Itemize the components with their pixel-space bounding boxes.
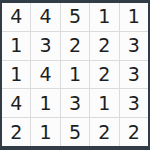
cell-r3c3[interactable]: 1 [90, 89, 118, 117]
cell-r2c0[interactable]: 1 [2, 61, 30, 89]
cell-r1c2[interactable]: 2 [61, 32, 89, 60]
cell-r4c4[interactable]: 2 [120, 118, 148, 146]
cell-r0c4[interactable]: 1 [120, 3, 148, 31]
cell-r3c4[interactable]: 3 [120, 89, 148, 117]
cell-r2c3[interactable]: 2 [90, 61, 118, 89]
cell-r3c1[interactable]: 1 [31, 89, 59, 117]
cell-r2c2[interactable]: 1 [61, 61, 89, 89]
cell-r2c4[interactable]: 3 [120, 61, 148, 89]
cell-r1c3[interactable]: 2 [90, 32, 118, 60]
cell-r0c3[interactable]: 1 [90, 3, 118, 31]
cell-r0c1[interactable]: 4 [31, 3, 59, 31]
cell-r3c2[interactable]: 3 [61, 89, 89, 117]
cell-r2c1[interactable]: 4 [31, 61, 59, 89]
cell-r4c3[interactable]: 2 [90, 118, 118, 146]
cell-r4c0[interactable]: 2 [2, 118, 30, 146]
cell-r0c0[interactable]: 4 [2, 3, 30, 31]
puzzle-board: 4 4 5 1 1 1 3 2 2 3 1 4 1 2 3 4 1 3 1 3 … [0, 0, 150, 150]
cell-r4c2[interactable]: 5 [61, 118, 89, 146]
cell-r3c0[interactable]: 4 [2, 89, 30, 117]
cell-r1c4[interactable]: 3 [120, 32, 148, 60]
cell-r0c2[interactable]: 5 [61, 3, 89, 31]
cell-r1c0[interactable]: 1 [2, 32, 30, 60]
cell-r4c1[interactable]: 1 [31, 118, 59, 146]
cell-r1c1[interactable]: 3 [31, 32, 59, 60]
number-grid: 4 4 5 1 1 1 3 2 2 3 1 4 1 2 3 4 1 3 1 3 … [2, 3, 148, 146]
